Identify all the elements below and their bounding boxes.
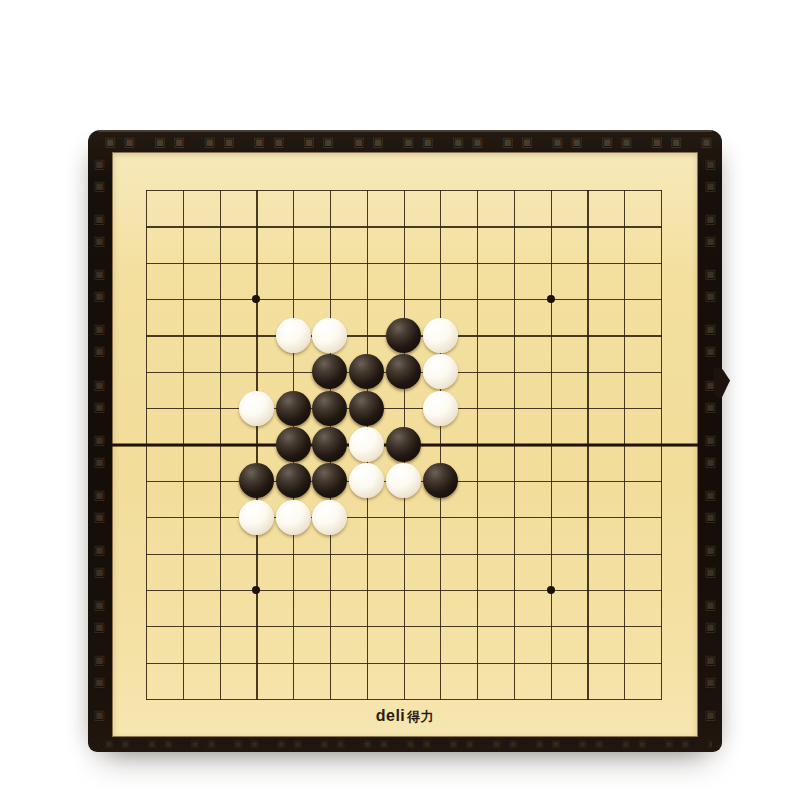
intersection[interactable]	[164, 463, 201, 499]
intersection[interactable]	[495, 572, 532, 608]
intersection[interactable]	[606, 499, 643, 535]
intersection[interactable]	[128, 281, 165, 317]
intersection[interactable]	[459, 317, 496, 353]
white-stone[interactable]	[276, 500, 311, 535]
black-stone[interactable]	[239, 463, 274, 498]
black-stone[interactable]	[276, 463, 311, 498]
brand-logo-cn: 得力	[407, 709, 434, 724]
intersection[interactable]	[569, 499, 606, 535]
intersection[interactable]	[459, 608, 496, 644]
intersection[interactable]	[495, 281, 532, 317]
intersection[interactable]	[275, 281, 312, 317]
intersection[interactable]	[643, 317, 680, 353]
intersection[interactable]	[532, 426, 569, 462]
black-stone[interactable]	[423, 463, 458, 498]
intersection[interactable]	[275, 463, 312, 499]
intersection[interactable]	[275, 535, 312, 571]
intersection[interactable]	[164, 244, 201, 280]
intersection[interactable]	[606, 426, 643, 462]
intersection[interactable]	[569, 172, 606, 208]
intersection[interactable]	[459, 354, 496, 390]
black-stone[interactable]	[276, 427, 311, 462]
intersection[interactable]	[643, 426, 680, 462]
intersection[interactable]	[164, 499, 201, 535]
black-stone[interactable]	[386, 354, 421, 389]
black-stone[interactable]	[312, 391, 347, 426]
intersection[interactable]	[422, 354, 459, 390]
intersection[interactable]	[643, 172, 680, 208]
intersection[interactable]	[128, 354, 165, 390]
stones-grid[interactable]	[128, 172, 680, 717]
intersection[interactable]	[201, 208, 238, 244]
intersection[interactable]	[312, 390, 349, 426]
intersection[interactable]	[385, 608, 422, 644]
intersection[interactable]	[201, 572, 238, 608]
intersection[interactable]	[164, 426, 201, 462]
intersection[interactable]	[238, 317, 275, 353]
intersection[interactable]	[275, 499, 312, 535]
meander-pattern-top: ▣▣ ▣▣ ▣▣ ▣▣ ▣▣ ▣▣ ▣▣ ▣▣ ▣▣ ▣▣ ▣▣ ▣▣ ▣▣ ▣…	[104, 132, 712, 151]
intersection[interactable]	[495, 317, 532, 353]
intersection[interactable]	[569, 390, 606, 426]
go-board: ▣▣ ▣▣ ▣▣ ▣▣ ▣▣ ▣▣ ▣▣ ▣▣ ▣▣ ▣▣ ▣▣ ▣▣ ▣▣ ▣…	[88, 130, 722, 752]
intersection[interactable]	[495, 244, 532, 280]
intersection[interactable]	[606, 463, 643, 499]
intersection[interactable]	[532, 463, 569, 499]
intersection[interactable]	[275, 390, 312, 426]
intersection[interactable]	[385, 244, 422, 280]
intersection[interactable]	[422, 172, 459, 208]
intersection[interactable]	[164, 281, 201, 317]
intersection[interactable]	[385, 572, 422, 608]
intersection[interactable]	[422, 317, 459, 353]
intersection[interactable]	[422, 390, 459, 426]
intersection[interactable]	[422, 426, 459, 462]
intersection[interactable]	[348, 535, 385, 571]
intersection[interactable]	[459, 281, 496, 317]
intersection[interactable]	[275, 244, 312, 280]
intersection[interactable]	[201, 390, 238, 426]
intersection[interactable]	[238, 608, 275, 644]
intersection[interactable]	[385, 281, 422, 317]
meander-pattern-bottom: ▣▣ ▣▣ ▣▣ ▣▣ ▣▣ ▣▣ ▣▣ ▣▣ ▣▣ ▣▣ ▣▣ ▣▣ ▣▣ ▣…	[104, 737, 712, 751]
intersection[interactable]	[348, 244, 385, 280]
black-stone[interactable]	[312, 354, 347, 389]
white-stone[interactable]	[386, 463, 421, 498]
intersection[interactable]	[459, 499, 496, 535]
intersection[interactable]	[643, 608, 680, 644]
intersection[interactable]	[128, 608, 165, 644]
intersection[interactable]	[312, 426, 349, 462]
intersection[interactable]	[201, 281, 238, 317]
intersection[interactable]	[643, 281, 680, 317]
intersection[interactable]	[532, 244, 569, 280]
intersection[interactable]	[312, 317, 349, 353]
intersection[interactable]	[569, 244, 606, 280]
fold-clasp[interactable]	[714, 367, 730, 399]
intersection[interactable]	[238, 535, 275, 571]
intersection[interactable]	[385, 644, 422, 680]
intersection[interactable]	[532, 644, 569, 680]
intersection[interactable]	[606, 535, 643, 571]
intersection[interactable]	[422, 644, 459, 680]
brand-logo: deli得力	[112, 707, 698, 726]
white-stone[interactable]	[349, 463, 384, 498]
intersection[interactable]	[569, 608, 606, 644]
intersection[interactable]	[348, 208, 385, 244]
intersection[interactable]	[275, 426, 312, 462]
intersection[interactable]	[569, 281, 606, 317]
intersection[interactable]	[422, 281, 459, 317]
meander-pattern-right: ▣▣ ▣▣ ▣▣ ▣▣ ▣▣ ▣▣ ▣▣ ▣▣ ▣▣ ▣▣ ▣▣ ▣▣ ▣▣ ▣…	[701, 156, 720, 730]
intersection[interactable]	[164, 354, 201, 390]
intersection[interactable]	[643, 208, 680, 244]
intersection[interactable]	[606, 172, 643, 208]
intersection[interactable]	[312, 354, 349, 390]
intersection[interactable]	[643, 499, 680, 535]
intersection[interactable]	[275, 608, 312, 644]
intersection[interactable]	[201, 644, 238, 680]
intersection[interactable]	[238, 172, 275, 208]
intersection[interactable]	[532, 572, 569, 608]
intersection[interactable]	[495, 208, 532, 244]
black-stone[interactable]	[349, 391, 384, 426]
intersection[interactable]	[606, 354, 643, 390]
intersection[interactable]	[606, 608, 643, 644]
product-photo-background: ▣▣ ▣▣ ▣▣ ▣▣ ▣▣ ▣▣ ▣▣ ▣▣ ▣▣ ▣▣ ▣▣ ▣▣ ▣▣ ▣…	[0, 0, 800, 800]
intersection[interactable]	[643, 463, 680, 499]
intersection[interactable]	[495, 172, 532, 208]
intersection[interactable]	[275, 572, 312, 608]
intersection[interactable]	[459, 463, 496, 499]
intersection[interactable]	[495, 644, 532, 680]
black-stone[interactable]	[276, 391, 311, 426]
brand-logo-latin: deli	[376, 707, 406, 724]
intersection[interactable]	[569, 535, 606, 571]
intersection[interactable]	[348, 499, 385, 535]
intersection[interactable]	[495, 535, 532, 571]
intersection[interactable]	[459, 208, 496, 244]
intersection[interactable]	[275, 172, 312, 208]
intersection[interactable]	[569, 208, 606, 244]
intersection[interactable]	[348, 172, 385, 208]
intersection[interactable]	[643, 390, 680, 426]
intersection[interactable]	[238, 390, 275, 426]
black-stone[interactable]	[312, 463, 347, 498]
white-stone[interactable]	[423, 391, 458, 426]
intersection[interactable]	[238, 463, 275, 499]
intersection[interactable]	[385, 208, 422, 244]
white-stone[interactable]	[312, 500, 347, 535]
intersection[interactable]	[385, 499, 422, 535]
intersection[interactable]	[128, 172, 165, 208]
intersection[interactable]	[385, 535, 422, 571]
intersection[interactable]	[238, 644, 275, 680]
intersection[interactable]	[348, 390, 385, 426]
intersection[interactable]	[164, 390, 201, 426]
white-stone[interactable]	[312, 318, 347, 353]
intersection[interactable]	[569, 317, 606, 353]
intersection[interactable]	[385, 354, 422, 390]
intersection[interactable]	[532, 317, 569, 353]
intersection[interactable]	[275, 354, 312, 390]
intersection[interactable]	[128, 499, 165, 535]
intersection[interactable]	[532, 281, 569, 317]
intersection[interactable]	[643, 535, 680, 571]
intersection[interactable]	[569, 354, 606, 390]
intersection[interactable]	[128, 317, 165, 353]
intersection[interactable]	[128, 208, 165, 244]
intersection[interactable]	[532, 354, 569, 390]
meander-pattern-left: ▣▣ ▣▣ ▣▣ ▣▣ ▣▣ ▣▣ ▣▣ ▣▣ ▣▣ ▣▣ ▣▣ ▣▣ ▣▣ ▣…	[90, 156, 109, 730]
intersection[interactable]	[643, 572, 680, 608]
intersection[interactable]	[238, 572, 275, 608]
intersection[interactable]	[422, 572, 459, 608]
intersection[interactable]	[495, 608, 532, 644]
intersection[interactable]	[348, 644, 385, 680]
intersection[interactable]	[312, 572, 349, 608]
intersection[interactable]	[164, 535, 201, 571]
intersection[interactable]	[275, 208, 312, 244]
intersection[interactable]	[569, 572, 606, 608]
intersection[interactable]	[201, 244, 238, 280]
intersection[interactable]	[606, 390, 643, 426]
intersection[interactable]	[128, 426, 165, 462]
intersection[interactable]	[532, 390, 569, 426]
intersection[interactable]	[312, 608, 349, 644]
intersection[interactable]	[201, 608, 238, 644]
black-stone[interactable]	[386, 427, 421, 462]
black-stone[interactable]	[386, 318, 421, 353]
intersection[interactable]	[348, 608, 385, 644]
intersection[interactable]	[128, 644, 165, 680]
intersection[interactable]	[201, 354, 238, 390]
intersection[interactable]	[238, 426, 275, 462]
intersection[interactable]	[495, 499, 532, 535]
intersection[interactable]	[459, 644, 496, 680]
intersection[interactable]	[238, 354, 275, 390]
intersection[interactable]	[459, 390, 496, 426]
intersection[interactable]	[495, 390, 532, 426]
intersection[interactable]	[606, 317, 643, 353]
intersection[interactable]	[459, 426, 496, 462]
white-stone[interactable]	[349, 427, 384, 462]
intersection[interactable]	[348, 317, 385, 353]
intersection[interactable]	[164, 317, 201, 353]
intersection[interactable]	[128, 463, 165, 499]
intersection[interactable]	[606, 208, 643, 244]
intersection[interactable]	[201, 463, 238, 499]
intersection[interactable]	[422, 608, 459, 644]
intersection[interactable]	[201, 426, 238, 462]
intersection[interactable]	[643, 244, 680, 280]
white-stone[interactable]	[423, 354, 458, 389]
intersection[interactable]	[459, 535, 496, 571]
intersection[interactable]	[569, 463, 606, 499]
intersection[interactable]	[459, 244, 496, 280]
white-stone[interactable]	[239, 391, 274, 426]
intersection[interactable]	[532, 535, 569, 571]
intersection[interactable]	[569, 426, 606, 462]
intersection[interactable]	[495, 354, 532, 390]
intersection[interactable]	[385, 390, 422, 426]
intersection[interactable]	[312, 463, 349, 499]
intersection[interactable]	[201, 499, 238, 535]
intersection[interactable]	[606, 572, 643, 608]
intersection[interactable]	[459, 572, 496, 608]
intersection[interactable]	[422, 535, 459, 571]
white-stone[interactable]	[423, 318, 458, 353]
intersection[interactable]	[569, 644, 606, 680]
intersection[interactable]	[422, 499, 459, 535]
intersection[interactable]	[238, 244, 275, 280]
intersection[interactable]	[312, 644, 349, 680]
intersection[interactable]	[312, 244, 349, 280]
intersection[interactable]	[422, 244, 459, 280]
intersection[interactable]	[385, 172, 422, 208]
intersection[interactable]	[128, 244, 165, 280]
intersection[interactable]	[201, 172, 238, 208]
intersection[interactable]	[312, 208, 349, 244]
intersection[interactable]	[495, 426, 532, 462]
intersection[interactable]	[348, 281, 385, 317]
black-stone[interactable]	[312, 427, 347, 462]
intersection[interactable]	[312, 535, 349, 571]
intersection[interactable]	[348, 426, 385, 462]
intersection[interactable]	[164, 644, 201, 680]
intersection[interactable]	[385, 426, 422, 462]
intersection[interactable]	[422, 208, 459, 244]
board-surface: deli得力	[112, 152, 698, 737]
intersection[interactable]	[128, 535, 165, 571]
intersection[interactable]	[164, 208, 201, 244]
intersection[interactable]	[201, 317, 238, 353]
intersection[interactable]	[312, 172, 349, 208]
intersection[interactable]	[164, 572, 201, 608]
intersection[interactable]	[348, 354, 385, 390]
intersection[interactable]	[643, 354, 680, 390]
intersection[interactable]	[385, 463, 422, 499]
intersection[interactable]	[275, 644, 312, 680]
intersection[interactable]	[348, 463, 385, 499]
intersection[interactable]	[606, 281, 643, 317]
intersection[interactable]	[606, 644, 643, 680]
intersection[interactable]	[532, 499, 569, 535]
intersection[interactable]	[128, 572, 165, 608]
intersection[interactable]	[238, 281, 275, 317]
white-stone[interactable]	[239, 500, 274, 535]
intersection[interactable]	[164, 172, 201, 208]
intersection[interactable]	[422, 463, 459, 499]
intersection[interactable]	[606, 244, 643, 280]
intersection[interactable]	[238, 499, 275, 535]
intersection[interactable]	[385, 317, 422, 353]
intersection[interactable]	[532, 608, 569, 644]
intersection[interactable]	[459, 172, 496, 208]
intersection[interactable]	[238, 208, 275, 244]
intersection[interactable]	[164, 608, 201, 644]
intersection[interactable]	[532, 208, 569, 244]
intersection[interactable]	[312, 281, 349, 317]
intersection[interactable]	[275, 317, 312, 353]
intersection[interactable]	[495, 463, 532, 499]
intersection[interactable]	[201, 535, 238, 571]
intersection[interactable]	[312, 499, 349, 535]
white-stone[interactable]	[276, 318, 311, 353]
intersection[interactable]	[643, 644, 680, 680]
intersection[interactable]	[532, 172, 569, 208]
black-stone[interactable]	[349, 354, 384, 389]
intersection[interactable]	[348, 572, 385, 608]
intersection[interactable]	[128, 390, 165, 426]
